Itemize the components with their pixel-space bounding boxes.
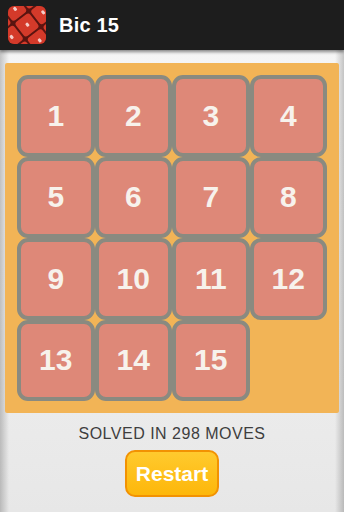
tile-12[interactable]: 12 [250,238,328,320]
empty-cell [250,320,328,402]
action-bar: Bic 15 [0,0,344,50]
tile-4[interactable]: 4 [250,75,328,157]
app-title: Bic 15 [59,14,119,37]
tile-9[interactable]: 9 [17,238,95,320]
restart-button[interactable]: Restart [125,450,219,497]
tile-1[interactable]: 1 [17,75,95,157]
tile-6[interactable]: 6 [95,157,173,239]
tile-3[interactable]: 3 [172,75,250,157]
tile-8[interactable]: 8 [250,157,328,239]
tile-5[interactable]: 5 [17,157,95,239]
tile-7[interactable]: 7 [172,157,250,239]
tile-11[interactable]: 11 [172,238,250,320]
board: 123456789101112131415 [5,63,339,413]
status-text: SOLVED IN 298 MOVES [0,425,344,443]
tile-10[interactable]: 10 [95,238,173,320]
tile-14[interactable]: 14 [95,320,173,402]
app-icon-tiles [8,6,46,44]
fifteen-puzzle-app-icon [8,6,46,44]
app-screen: Bic 15 123456789101112131415 SOLVED IN 2… [0,0,344,512]
tile-15[interactable]: 15 [172,320,250,402]
tile-2[interactable]: 2 [95,75,173,157]
tile-13[interactable]: 13 [17,320,95,402]
